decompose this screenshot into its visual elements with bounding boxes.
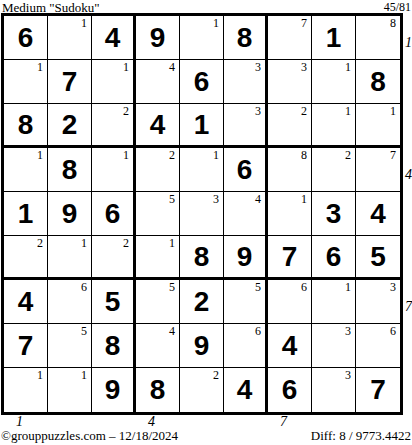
row-label-4: 4 bbox=[405, 168, 412, 182]
pencil-mark: 3 bbox=[345, 369, 351, 382]
cell-r3c9[interactable]: 1 bbox=[356, 104, 400, 148]
pencil-mark: 2 bbox=[37, 237, 43, 250]
col-label-4: 4 bbox=[148, 415, 155, 429]
pencil-mark: 2 bbox=[213, 369, 219, 382]
pencil-mark: 1 bbox=[81, 369, 87, 382]
cell-r5c4[interactable]: 5 bbox=[136, 192, 180, 236]
pencil-mark: 1 bbox=[81, 17, 87, 30]
cell-r3c8[interactable]: 1 bbox=[312, 104, 356, 148]
cell-r8c5[interactable]: 9 bbox=[180, 324, 224, 368]
pencil-mark: 1 bbox=[37, 369, 43, 382]
given-digit: 7 bbox=[48, 60, 91, 103]
cell-r9c7[interactable]: 6 bbox=[268, 368, 312, 412]
cell-r4c6[interactable]: 6 bbox=[224, 148, 268, 192]
pencil-mark: 1 bbox=[345, 281, 351, 294]
pencil-mark: 3 bbox=[301, 61, 307, 74]
cell-r4c2[interactable]: 8 bbox=[48, 148, 92, 192]
cell-r7c7[interactable]: 6 bbox=[268, 280, 312, 324]
cell-r6c1[interactable]: 2 bbox=[4, 236, 48, 280]
col-label-7: 7 bbox=[280, 415, 287, 429]
pencil-mark: 3 bbox=[255, 105, 261, 118]
cell-r2c8[interactable]: 1 bbox=[312, 60, 356, 104]
cell-r4c9[interactable]: 7 bbox=[356, 148, 400, 192]
cell-r9c8[interactable]: 3 bbox=[312, 368, 356, 412]
pencil-mark: 6 bbox=[301, 281, 307, 294]
cell-r7c2[interactable]: 6 bbox=[48, 280, 92, 324]
given-digit: 6 bbox=[92, 192, 133, 235]
pencil-mark: 2 bbox=[301, 105, 307, 118]
cell-r8c6[interactable]: 6 bbox=[224, 324, 268, 368]
row-label-1: 1 bbox=[405, 36, 412, 50]
given-digit: 8 bbox=[224, 16, 265, 59]
cell-r6c8[interactable]: 6 bbox=[312, 236, 356, 280]
pencil-mark: 3 bbox=[345, 325, 351, 338]
cell-r9c2[interactable]: 1 bbox=[48, 368, 92, 412]
cell-r2c3[interactable]: 1 bbox=[92, 60, 136, 104]
pencil-mark: 3 bbox=[390, 281, 396, 294]
pencil-mark: 6 bbox=[390, 325, 396, 338]
cell-r8c2[interactable]: 5 bbox=[48, 324, 92, 368]
pencil-mark: 6 bbox=[255, 325, 261, 338]
given-digit: 4 bbox=[224, 368, 265, 412]
given-digit: 9 bbox=[92, 368, 133, 412]
given-digit: 5 bbox=[92, 280, 133, 323]
cell-r8c9[interactable]: 6 bbox=[356, 324, 400, 368]
pencil-mark: 5 bbox=[169, 193, 175, 206]
cell-r4c1[interactable]: 1 bbox=[4, 148, 48, 192]
cell-r2c2[interactable]: 7 bbox=[48, 60, 92, 104]
pencil-mark: 7 bbox=[390, 149, 396, 162]
given-digit: 8 bbox=[136, 368, 179, 412]
cell-r1c6[interactable]: 8 bbox=[224, 16, 268, 60]
cell-r1c9[interactable]: 8 bbox=[356, 16, 400, 60]
cell-r3c7[interactable]: 2 bbox=[268, 104, 312, 148]
pencil-mark: 1 bbox=[37, 61, 43, 74]
cell-r8c1[interactable]: 7 bbox=[4, 324, 48, 368]
cell-r7c1[interactable]: 4 bbox=[4, 280, 48, 324]
pencil-mark: 1 bbox=[169, 237, 175, 250]
cell-r6c5[interactable]: 8 bbox=[180, 236, 224, 280]
cell-r7c5[interactable]: 2 bbox=[180, 280, 224, 324]
given-digit: 1 bbox=[180, 104, 223, 145]
cell-r1c2[interactable]: 1 bbox=[48, 16, 92, 60]
pencil-mark: 2 bbox=[345, 149, 351, 162]
given-digit: 7 bbox=[4, 324, 47, 367]
cell-r7c9[interactable]: 3 bbox=[356, 280, 400, 324]
cell-r2c9[interactable]: 8 bbox=[356, 60, 400, 104]
cell-r7c8[interactable]: 1 bbox=[312, 280, 356, 324]
cell-r3c3[interactable]: 2 bbox=[92, 104, 136, 148]
cell-r8c8[interactable]: 3 bbox=[312, 324, 356, 368]
cell-r2c4[interactable]: 4 bbox=[136, 60, 180, 104]
cell-r4c3[interactable]: 1 bbox=[92, 148, 136, 192]
cell-r2c1[interactable]: 1 bbox=[4, 60, 48, 104]
pencil-mark: 1 bbox=[390, 105, 396, 118]
cell-r6c9[interactable]: 5 bbox=[356, 236, 400, 280]
pencil-mark: 4 bbox=[169, 61, 175, 74]
cell-r1c4[interactable]: 9 bbox=[136, 16, 180, 60]
given-digit: 4 bbox=[268, 324, 311, 367]
given-digit: 6 bbox=[224, 148, 265, 191]
cell-r6c3[interactable]: 2 bbox=[92, 236, 136, 280]
cell-r3c1[interactable]: 8 bbox=[4, 104, 48, 148]
sudoku-page: Medium "Sudoku" 45/81 614918718171463318… bbox=[0, 0, 412, 445]
pencil-mark: 2 bbox=[169, 149, 175, 162]
given-digit: 6 bbox=[312, 236, 355, 277]
cell-r5c9[interactable]: 4 bbox=[356, 192, 400, 236]
cell-r6c2[interactable]: 1 bbox=[48, 236, 92, 280]
pencil-mark: 4 bbox=[169, 325, 175, 338]
pencil-mark: 2 bbox=[123, 105, 129, 118]
cell-r5c7[interactable]: 1 bbox=[268, 192, 312, 236]
pencil-mark: 1 bbox=[81, 237, 87, 250]
cell-r5c5[interactable]: 3 bbox=[180, 192, 224, 236]
cell-r8c7[interactable]: 4 bbox=[268, 324, 312, 368]
pencil-mark: 5 bbox=[255, 281, 261, 294]
given-digit: 7 bbox=[356, 368, 400, 412]
cell-r1c1[interactable]: 6 bbox=[4, 16, 48, 60]
cell-r3c5[interactable]: 1 bbox=[180, 104, 224, 148]
cell-r3c4[interactable]: 4 bbox=[136, 104, 180, 148]
cell-r5c1[interactable]: 1 bbox=[4, 192, 48, 236]
given-digit: 8 bbox=[92, 324, 133, 367]
given-digit: 6 bbox=[4, 16, 47, 59]
cell-r9c5[interactable]: 2 bbox=[180, 368, 224, 412]
pencil-mark: 5 bbox=[81, 325, 87, 338]
given-digit: 8 bbox=[48, 148, 91, 191]
given-digit: 4 bbox=[356, 192, 400, 235]
pencil-mark: 2 bbox=[123, 237, 129, 250]
given-digit: 9 bbox=[224, 236, 265, 277]
cell-r1c7[interactable]: 7 bbox=[268, 16, 312, 60]
cell-r2c5[interactable]: 6 bbox=[180, 60, 224, 104]
pencil-mark: 3 bbox=[213, 193, 219, 206]
pencil-mark: 5 bbox=[169, 281, 175, 294]
given-digit: 8 bbox=[356, 60, 400, 103]
pencil-mark: 3 bbox=[255, 61, 261, 74]
pencil-mark: 1 bbox=[213, 149, 219, 162]
cell-r4c4[interactable]: 2 bbox=[136, 148, 180, 192]
cell-r9c9[interactable]: 7 bbox=[356, 368, 400, 412]
cell-r6c7[interactable]: 7 bbox=[268, 236, 312, 280]
cell-r1c8[interactable]: 1 bbox=[312, 16, 356, 60]
cell-r7c4[interactable]: 5 bbox=[136, 280, 180, 324]
cell-r4c7[interactable]: 8 bbox=[268, 148, 312, 192]
cell-r5c8[interactable]: 3 bbox=[312, 192, 356, 236]
cell-r4c8[interactable]: 2 bbox=[312, 148, 356, 192]
cell-r5c3[interactable]: 6 bbox=[92, 192, 136, 236]
cell-r1c5[interactable]: 1 bbox=[180, 16, 224, 60]
given-digit: 4 bbox=[92, 16, 133, 59]
cell-r5c2[interactable]: 9 bbox=[48, 192, 92, 236]
pencil-mark: 1 bbox=[123, 149, 129, 162]
given-digit: 8 bbox=[180, 236, 223, 277]
given-digit: 6 bbox=[180, 60, 223, 103]
pencil-mark: 1 bbox=[345, 105, 351, 118]
pencil-mark: 8 bbox=[390, 17, 396, 30]
given-digit: 6 bbox=[268, 368, 311, 412]
pencil-mark: 7 bbox=[301, 17, 307, 30]
given-digit: 5 bbox=[356, 236, 400, 277]
cell-r9c6[interactable]: 4 bbox=[224, 368, 268, 412]
cell-r8c4[interactable]: 4 bbox=[136, 324, 180, 368]
pencil-mark: 1 bbox=[301, 193, 307, 206]
given-digit: 4 bbox=[136, 104, 179, 145]
cell-r3c6[interactable]: 3 bbox=[224, 104, 268, 148]
given-digit: 2 bbox=[48, 104, 91, 145]
pencil-mark: 8 bbox=[301, 149, 307, 162]
footer-copyright: ©grouppuzzles.com – 12/18/2024 bbox=[1, 428, 178, 444]
given-digit: 2 bbox=[180, 280, 223, 323]
given-digit: 9 bbox=[136, 16, 179, 59]
row-label-7: 7 bbox=[405, 300, 412, 314]
given-digit: 9 bbox=[180, 324, 223, 367]
pencil-mark: 1 bbox=[123, 61, 129, 74]
given-digit: 9 bbox=[48, 192, 91, 235]
footer-difficulty: Diff: 8 / 9773.4422 bbox=[311, 428, 411, 444]
cell-r3c2[interactable]: 2 bbox=[48, 104, 92, 148]
cell-r6c4[interactable]: 1 bbox=[136, 236, 180, 280]
pencil-mark: 1 bbox=[345, 61, 351, 74]
col-label-1: 1 bbox=[16, 415, 23, 429]
given-digit: 8 bbox=[4, 104, 47, 145]
given-digit: 1 bbox=[312, 16, 355, 59]
pencil-mark: 4 bbox=[255, 193, 261, 206]
pencil-mark: 1 bbox=[213, 17, 219, 30]
pencil-mark: 6 bbox=[81, 281, 87, 294]
cell-r7c6[interactable]: 5 bbox=[224, 280, 268, 324]
given-digit: 1 bbox=[4, 192, 47, 235]
pencil-mark: 1 bbox=[37, 149, 43, 162]
cell-r1c3[interactable]: 4 bbox=[92, 16, 136, 60]
cell-r9c1[interactable]: 1 bbox=[4, 368, 48, 412]
given-digit: 3 bbox=[312, 192, 355, 235]
cell-r2c7[interactable]: 3 bbox=[268, 60, 312, 104]
sudoku-grid: 6149187181714633188224132111812168271965… bbox=[1, 13, 403, 415]
cell-r6c6[interactable]: 9 bbox=[224, 236, 268, 280]
cell-r8c3[interactable]: 8 bbox=[92, 324, 136, 368]
cell-r4c5[interactable]: 1 bbox=[180, 148, 224, 192]
given-digit: 7 bbox=[268, 236, 311, 277]
given-digit: 4 bbox=[4, 280, 47, 323]
cell-r9c3[interactable]: 9 bbox=[92, 368, 136, 412]
cell-r5c6[interactable]: 4 bbox=[224, 192, 268, 236]
cell-r2c6[interactable]: 3 bbox=[224, 60, 268, 104]
cell-r9c4[interactable]: 8 bbox=[136, 368, 180, 412]
cell-r7c3[interactable]: 5 bbox=[92, 280, 136, 324]
